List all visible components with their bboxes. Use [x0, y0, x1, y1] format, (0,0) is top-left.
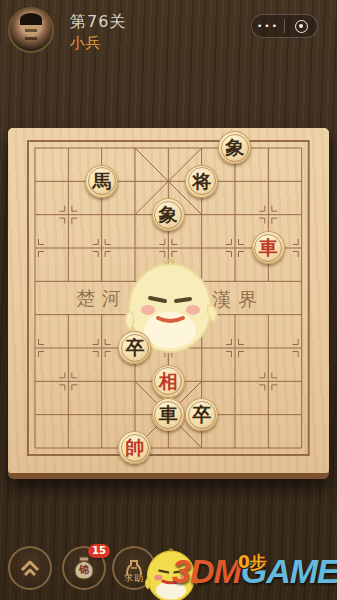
miniprogram-capsule[interactable]: ••• [251, 14, 318, 38]
watermark-3dm: 3DM [172, 552, 241, 590]
expand-menu-button[interactable] [8, 546, 52, 590]
level-subtitle: 小兵 [70, 34, 100, 53]
help-button[interactable]: 求助 [112, 546, 156, 590]
piece-red-elephant[interactable]: 相 [152, 365, 185, 398]
piece-red-general[interactable]: 帥 [118, 431, 151, 464]
piece-black-elephant[interactable]: 象 [218, 131, 251, 164]
piece-black-horse[interactable]: 馬 [85, 165, 118, 198]
hint-count-badge: 15 [88, 544, 110, 558]
pieces-layer: 象馬将象車卒相車卒帥 [18, 131, 318, 464]
close-circle-icon[interactable] [285, 20, 317, 33]
piece-black-soldier[interactable]: 卒 [185, 398, 218, 431]
hint-bag-button[interactable]: 锦 15 [62, 546, 106, 590]
board-surface: 楚河 漢界 象馬将象車卒相車卒帥 [8, 128, 329, 473]
svg-text:锦: 锦 [78, 564, 89, 575]
piece-black-chariot[interactable]: 車 [152, 398, 185, 431]
move-counter: 0步 [238, 551, 267, 574]
piece-red-chariot[interactable]: 車 [252, 231, 285, 264]
help-button-label: 求助 [114, 572, 154, 585]
piece-black-general[interactable]: 将 [185, 165, 218, 198]
header-bar: 第76关 小兵 ••• [0, 0, 337, 60]
money-bag-icon: 锦 [70, 554, 98, 582]
xiangqi-board: 楚河 漢界 象馬将象車卒相車卒帥 [8, 128, 329, 479]
level-title: 第76关 [70, 12, 126, 33]
player-avatar[interactable] [8, 7, 54, 53]
piece-black-elephant[interactable]: 象 [152, 198, 185, 231]
chevron-up-icon [18, 558, 42, 578]
more-menu-icon[interactable]: ••• [252, 15, 284, 37]
piece-black-soldier[interactable]: 卒 [118, 331, 151, 364]
